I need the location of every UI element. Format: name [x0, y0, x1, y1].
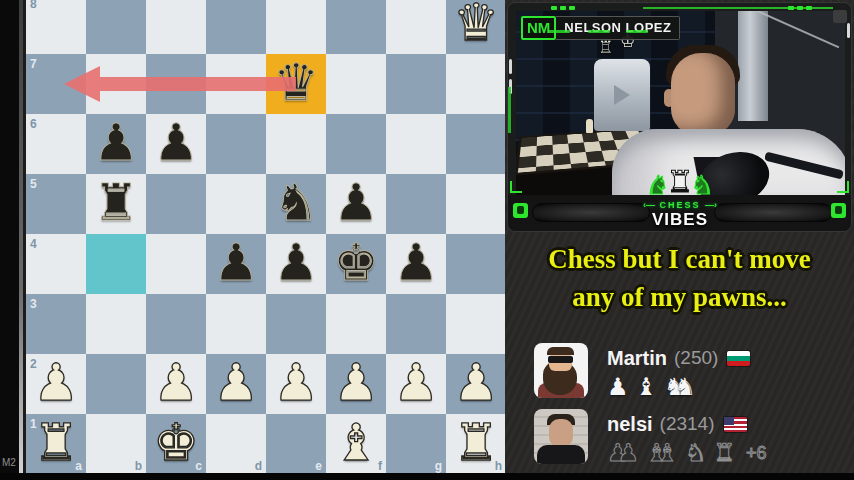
file-label-g: g	[435, 460, 442, 472]
nm-title-badge: NM	[521, 16, 556, 40]
square-f6[interactable]	[326, 114, 386, 174]
m2-label: M2	[2, 457, 16, 468]
square-a3[interactable]: 3	[26, 294, 86, 354]
square-c8[interactable]	[146, 0, 206, 54]
captured-p-x2: ♟♟	[607, 440, 639, 466]
badge-underline	[626, 30, 648, 33]
square-b8[interactable]	[86, 0, 146, 54]
file-label-b: b	[135, 460, 142, 472]
square-h3[interactable]	[446, 294, 506, 354]
chess-board[interactable]: 87654321abcdefgh ♛♛♟♟♜♞♟♟♟♚♟♟♟♟♟♟♟♟♜♚♝♜	[26, 0, 506, 474]
video-caption: Chess but I can't move any of my pawns..…	[505, 240, 854, 316]
streamer-badge: NM NELSON LOPEZ	[521, 16, 680, 40]
file-label-a: a	[75, 460, 82, 472]
streamer-name: NELSON LOPEZ	[556, 16, 680, 40]
streamer-face	[671, 53, 735, 135]
square-b3[interactable]	[86, 294, 146, 354]
left-black-bar	[0, 0, 19, 480]
player-rating: (2314)	[660, 413, 715, 435]
square-b1[interactable]: b	[86, 414, 146, 474]
square-g8[interactable]	[386, 0, 446, 54]
square-b5[interactable]	[86, 174, 146, 234]
square-d3[interactable]	[206, 294, 266, 354]
captured-b-x2: ♝♝	[646, 440, 678, 466]
chat-users-icon	[513, 203, 528, 218]
square-a5[interactable]: 5	[26, 174, 86, 234]
square-a4[interactable]: 4	[26, 234, 86, 294]
square-h2[interactable]	[446, 354, 506, 414]
avatar-martin	[534, 343, 588, 398]
caption-line-1: Chess but I can't move	[505, 240, 854, 278]
corner-notch	[833, 10, 847, 23]
rank-label-2: 2	[30, 358, 37, 370]
captured-n-x1: ♞	[685, 440, 707, 466]
material-advantage: +6	[746, 440, 767, 466]
rank-label-1: 1	[30, 418, 37, 430]
avatar-nelsi	[534, 409, 588, 464]
player-name: nelsi	[607, 413, 653, 436]
square-d2[interactable]	[206, 354, 266, 414]
square-c3[interactable]	[146, 294, 206, 354]
side-dash	[847, 23, 850, 38]
square-f7[interactable]	[326, 54, 386, 114]
player-rating: (250)	[674, 347, 718, 369]
square-g3[interactable]	[386, 294, 446, 354]
square-d8[interactable]	[206, 0, 266, 54]
square-d5[interactable]	[206, 174, 266, 234]
square-e5[interactable]	[266, 174, 326, 234]
play-icon	[614, 85, 630, 105]
square-a7[interactable]: 7	[26, 54, 86, 114]
square-h6[interactable]	[446, 114, 506, 174]
chess-vibes-logo: ♞♜♞ ‹— CHESS —› VIBES	[634, 165, 726, 235]
square-f4[interactable]	[326, 234, 386, 294]
square-h8[interactable]	[446, 0, 506, 54]
square-b4[interactable]	[86, 234, 146, 294]
square-f2[interactable]	[326, 354, 386, 414]
square-c2[interactable]	[146, 354, 206, 414]
square-c1[interactable]: c	[146, 414, 206, 474]
square-c7[interactable]	[146, 54, 206, 114]
prop-piece	[586, 119, 593, 133]
square-e7[interactable]	[266, 54, 326, 114]
square-g4[interactable]	[386, 234, 446, 294]
square-g1[interactable]: g	[386, 414, 446, 474]
webcam-frame: ♖ ♔	[507, 2, 852, 232]
square-a8[interactable]: 8	[26, 0, 86, 54]
square-e6[interactable]	[266, 114, 326, 174]
white-pillar	[738, 11, 768, 121]
badge-underline	[588, 30, 610, 33]
stream-frame: M2 87654321abcdefgh ♛♛♟♟♜♞♟♟♟♚♟♟♟♟♟♟♟♟♜♚…	[0, 0, 854, 480]
right-panel: ♖ ♔	[505, 0, 854, 480]
notification-icon	[831, 203, 846, 218]
captured-b-x1: ♝	[636, 374, 658, 400]
rank-label-5: 5	[30, 178, 37, 190]
square-c6[interactable]	[146, 114, 206, 174]
logo-knight-icon: ♞	[690, 166, 713, 204]
rank-label-3: 3	[30, 298, 37, 310]
square-d7[interactable]	[206, 54, 266, 114]
captured-p-x1: ♟	[607, 374, 629, 400]
file-label-c: c	[195, 460, 202, 472]
board-grid[interactable]: 87654321abcdefgh	[26, 0, 506, 474]
rank-label-4: 4	[30, 238, 37, 250]
square-d6[interactable]	[206, 114, 266, 174]
square-h1[interactable]: h	[446, 414, 506, 474]
info-slot-right	[714, 203, 832, 222]
green-corner-bracket	[837, 181, 849, 193]
captured-pieces-row: ♟♝♞♞	[607, 372, 844, 400]
file-label-d: d	[255, 460, 262, 472]
file-label-h: h	[495, 460, 502, 472]
side-dash	[509, 59, 512, 74]
rank-label-7: 7	[30, 58, 37, 70]
badge-underline	[548, 30, 570, 33]
square-g2[interactable]	[386, 354, 446, 414]
captured-n-x2: ♞♞	[664, 374, 696, 400]
square-d1[interactable]: d	[206, 414, 266, 474]
square-b7[interactable]	[86, 54, 146, 114]
rank-label-8: 8	[30, 0, 37, 10]
square-c5[interactable]	[146, 174, 206, 234]
file-label-e: e	[315, 460, 322, 472]
play-button-award	[594, 59, 650, 131]
bulgaria-flag-icon	[727, 351, 750, 366]
bottom-letterbox	[0, 473, 854, 480]
square-c4[interactable]	[146, 234, 206, 294]
green-corner-bracket	[510, 181, 522, 193]
green-glow	[508, 87, 511, 133]
square-a6[interactable]: 6	[26, 114, 86, 174]
shelf-rook-icon: ♖	[598, 39, 613, 56]
green-dashes-right	[788, 6, 812, 10]
square-g5[interactable]	[386, 174, 446, 234]
square-h4[interactable]	[446, 234, 506, 294]
file-label-f: f	[378, 460, 382, 472]
captured-r-x1: ♜	[714, 440, 736, 466]
square-e1[interactable]: e	[266, 414, 326, 474]
green-dashes-left	[551, 6, 575, 10]
square-f3[interactable]	[326, 294, 386, 354]
square-e8[interactable]	[266, 0, 326, 54]
logo-king-icon: ♜	[667, 163, 694, 201]
logo-vibes-text: VIBES	[634, 210, 726, 229]
square-b6[interactable]	[86, 114, 146, 174]
square-f1[interactable]: f	[326, 414, 386, 474]
square-h5[interactable]	[446, 174, 506, 234]
caption-line-2: any of my pawns...	[505, 278, 854, 316]
square-a1[interactable]: 1a	[26, 414, 86, 474]
rank-label-6: 6	[30, 118, 37, 130]
square-d4[interactable]	[206, 234, 266, 294]
square-a2[interactable]: 2	[26, 354, 86, 414]
square-g6[interactable]	[386, 114, 446, 174]
square-b2[interactable]	[86, 354, 146, 414]
usa-flag-icon	[724, 417, 747, 432]
info-slot-left	[532, 203, 650, 222]
square-e2[interactable]	[266, 354, 326, 414]
square-e4[interactable]	[266, 234, 326, 294]
square-f8[interactable]	[326, 0, 386, 54]
captured-pieces-row: ♟♟♝♝♞♜+6	[607, 438, 844, 466]
square-h7[interactable]	[446, 54, 506, 114]
square-f5[interactable]	[326, 174, 386, 234]
square-e3[interactable]	[266, 294, 326, 354]
square-g7[interactable]	[386, 54, 446, 114]
player-name: Martin	[607, 347, 667, 370]
